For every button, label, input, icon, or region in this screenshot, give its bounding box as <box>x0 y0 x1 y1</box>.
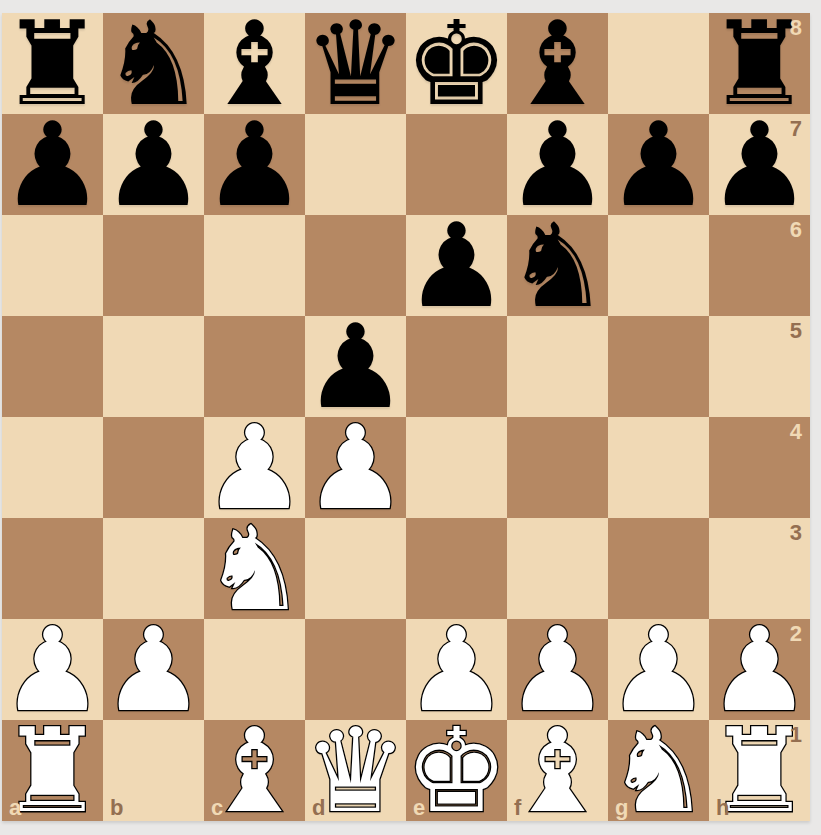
piece-black-knight[interactable]: ♞ <box>507 215 608 316</box>
square-g4[interactable] <box>608 417 709 518</box>
square-d7[interactable] <box>305 114 406 215</box>
piece-black-queen[interactable]: ♛ <box>305 13 406 114</box>
piece-white-bishop[interactable]: ♝ <box>507 720 608 821</box>
square-e4[interactable] <box>406 417 507 518</box>
square-h1[interactable]: ♜1h <box>709 720 810 821</box>
square-c3[interactable]: ♞ <box>204 518 305 619</box>
square-g1[interactable]: ♞g <box>608 720 709 821</box>
coord-rank-6: 6 <box>790 219 802 241</box>
piece-white-king[interactable]: ♚ <box>406 720 507 821</box>
square-c6[interactable] <box>204 215 305 316</box>
coord-rank-3: 3 <box>790 522 802 544</box>
square-c7[interactable]: ♟ <box>204 114 305 215</box>
coord-rank-5: 5 <box>790 320 802 342</box>
piece-white-pawn[interactable]: ♟ <box>305 417 406 518</box>
square-d3[interactable] <box>305 518 406 619</box>
square-f4[interactable] <box>507 417 608 518</box>
square-a5[interactable] <box>2 316 103 417</box>
piece-white-rook[interactable]: ♜ <box>2 720 103 821</box>
square-g7[interactable]: ♟ <box>608 114 709 215</box>
square-b1[interactable]: b <box>103 720 204 821</box>
square-b7[interactable]: ♟ <box>103 114 204 215</box>
piece-black-pawn[interactable]: ♟ <box>608 114 709 215</box>
square-g6[interactable] <box>608 215 709 316</box>
square-a6[interactable] <box>2 215 103 316</box>
square-b4[interactable] <box>103 417 204 518</box>
square-d8[interactable]: ♛ <box>305 13 406 114</box>
square-f5[interactable] <box>507 316 608 417</box>
square-e6[interactable]: ♟ <box>406 215 507 316</box>
piece-black-pawn[interactable]: ♟ <box>2 114 103 215</box>
square-h6[interactable]: 6 <box>709 215 810 316</box>
piece-white-knight[interactable]: ♞ <box>608 720 709 821</box>
square-f6[interactable]: ♞ <box>507 215 608 316</box>
piece-black-pawn[interactable]: ♟ <box>406 215 507 316</box>
chess-board: ♜♞♝♛♚♝♜8♟♟♟♟♟♟7♟♞6♟5♟♟4♞3♟♟♟♟♟♟2♜ab♝c♛d♚… <box>2 13 810 821</box>
square-d1[interactable]: ♛d <box>305 720 406 821</box>
square-a1[interactable]: ♜a <box>2 720 103 821</box>
square-b5[interactable] <box>103 316 204 417</box>
square-e8[interactable]: ♚ <box>406 13 507 114</box>
piece-white-knight[interactable]: ♞ <box>204 518 305 619</box>
square-h5[interactable]: 5 <box>709 316 810 417</box>
piece-black-king[interactable]: ♚ <box>406 13 507 114</box>
piece-black-pawn[interactable]: ♟ <box>709 114 810 215</box>
piece-white-pawn[interactable]: ♟ <box>103 619 204 720</box>
coord-file-b: b <box>110 797 123 819</box>
piece-white-rook[interactable]: ♜ <box>709 720 810 821</box>
coord-rank-4: 4 <box>790 421 802 443</box>
square-d4[interactable]: ♟ <box>305 417 406 518</box>
square-b2[interactable]: ♟ <box>103 619 204 720</box>
square-h7[interactable]: ♟7 <box>709 114 810 215</box>
piece-black-pawn[interactable]: ♟ <box>103 114 204 215</box>
square-e5[interactable] <box>406 316 507 417</box>
square-g5[interactable] <box>608 316 709 417</box>
square-b6[interactable] <box>103 215 204 316</box>
square-h4[interactable]: 4 <box>709 417 810 518</box>
square-c1[interactable]: ♝c <box>204 720 305 821</box>
piece-white-bishop[interactable]: ♝ <box>204 720 305 821</box>
square-a7[interactable]: ♟ <box>2 114 103 215</box>
square-f1[interactable]: ♝f <box>507 720 608 821</box>
piece-white-queen[interactable]: ♛ <box>305 720 406 821</box>
piece-black-pawn[interactable]: ♟ <box>204 114 305 215</box>
square-a4[interactable] <box>2 417 103 518</box>
square-e1[interactable]: ♚e <box>406 720 507 821</box>
